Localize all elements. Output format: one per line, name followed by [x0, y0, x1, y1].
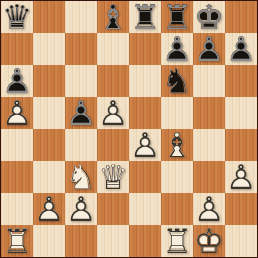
piece-black-knight[interactable]: ♞♘: [161, 65, 193, 97]
square-d3[interactable]: ♛♕: [97, 161, 129, 193]
square-e2[interactable]: [129, 193, 161, 225]
square-b7[interactable]: [33, 33, 65, 65]
piece-white-bishop[interactable]: ♝♗: [161, 129, 193, 161]
piece-glyph-outline: ♙: [225, 161, 257, 193]
piece-white-pawn[interactable]: ♟♙: [65, 193, 97, 225]
piece-glyph-outline: ♙: [65, 193, 97, 225]
piece-white-pawn[interactable]: ♟♙: [225, 161, 257, 193]
piece-glyph-outline: ♖: [1, 225, 33, 257]
piece-glyph-outline: ♔: [193, 225, 225, 257]
piece-white-rook[interactable]: ♜♖: [1, 225, 33, 257]
piece-white-king[interactable]: ♚♔: [193, 225, 225, 257]
square-f6[interactable]: ♞♘: [161, 65, 193, 97]
square-e1[interactable]: [129, 225, 161, 257]
square-d2[interactable]: [97, 193, 129, 225]
square-g6[interactable]: [193, 65, 225, 97]
piece-glyph-outline: ♙: [33, 193, 65, 225]
square-b4[interactable]: [33, 129, 65, 161]
square-h1[interactable]: [225, 225, 257, 257]
square-d5[interactable]: ♟♙: [97, 97, 129, 129]
square-g1[interactable]: ♚♔: [193, 225, 225, 257]
piece-glyph-outline: ♘: [161, 65, 193, 97]
piece-white-queen[interactable]: ♛♕: [97, 161, 129, 193]
square-e8[interactable]: ♜♖: [129, 1, 161, 33]
square-g5[interactable]: [193, 97, 225, 129]
square-g4[interactable]: [193, 129, 225, 161]
piece-glyph-outline: ♙: [225, 33, 257, 65]
square-a8[interactable]: ♛♕: [1, 1, 33, 33]
square-c5[interactable]: ♟♙: [65, 97, 97, 129]
chess-board: ♛♕♝♗♜♖♜♖♚♔♟♙♟♙♟♙♟♙♞♘♟♙♟♙♟♙♟♙♝♗♞♘♛♕♟♙♟♙♟♙…: [0, 0, 258, 258]
piece-glyph-outline: ♕: [97, 161, 129, 193]
square-a1[interactable]: ♜♖: [1, 225, 33, 257]
piece-black-rook[interactable]: ♜♖: [129, 1, 161, 33]
square-h2[interactable]: [225, 193, 257, 225]
square-c2[interactable]: ♟♙: [65, 193, 97, 225]
square-f1[interactable]: ♜♖: [161, 225, 193, 257]
piece-white-rook[interactable]: ♜♖: [161, 225, 193, 257]
piece-white-pawn[interactable]: ♟♙: [1, 97, 33, 129]
square-e7[interactable]: [129, 33, 161, 65]
square-b5[interactable]: [33, 97, 65, 129]
square-b1[interactable]: [33, 225, 65, 257]
square-a4[interactable]: [1, 129, 33, 161]
square-e6[interactable]: [129, 65, 161, 97]
square-b2[interactable]: ♟♙: [33, 193, 65, 225]
square-e3[interactable]: [129, 161, 161, 193]
square-c7[interactable]: [65, 33, 97, 65]
piece-glyph-outline: ♕: [1, 1, 33, 33]
square-c8[interactable]: [65, 1, 97, 33]
piece-white-pawn[interactable]: ♟♙: [97, 97, 129, 129]
square-h6[interactable]: [225, 65, 257, 97]
square-b6[interactable]: [33, 65, 65, 97]
piece-glyph-outline: ♙: [97, 97, 129, 129]
piece-glyph-outline: ♖: [161, 225, 193, 257]
piece-glyph-outline: ♖: [129, 1, 161, 33]
piece-black-pawn[interactable]: ♟♙: [65, 97, 97, 129]
square-e4[interactable]: ♟♙: [129, 129, 161, 161]
piece-white-pawn[interactable]: ♟♙: [129, 129, 161, 161]
square-d7[interactable]: [97, 33, 129, 65]
square-f3[interactable]: [161, 161, 193, 193]
square-d8[interactable]: ♝♗: [97, 1, 129, 33]
piece-glyph-outline: ♙: [1, 97, 33, 129]
piece-glyph-outline: ♗: [161, 129, 193, 161]
piece-white-pawn[interactable]: ♟♙: [33, 193, 65, 225]
square-g7[interactable]: ♟♙: [193, 33, 225, 65]
piece-black-pawn[interactable]: ♟♙: [225, 33, 257, 65]
square-h5[interactable]: [225, 97, 257, 129]
square-h3[interactable]: ♟♙: [225, 161, 257, 193]
square-d1[interactable]: [97, 225, 129, 257]
piece-glyph-outline: ♙: [129, 129, 161, 161]
piece-glyph-outline: ♙: [65, 97, 97, 129]
square-a5[interactable]: ♟♙: [1, 97, 33, 129]
square-f4[interactable]: ♝♗: [161, 129, 193, 161]
square-b8[interactable]: [33, 1, 65, 33]
square-c1[interactable]: [65, 225, 97, 257]
piece-black-pawn[interactable]: ♟♙: [193, 33, 225, 65]
square-a3[interactable]: [1, 161, 33, 193]
square-h7[interactable]: ♟♙: [225, 33, 257, 65]
piece-glyph-outline: ♙: [193, 33, 225, 65]
piece-black-queen[interactable]: ♛♕: [1, 1, 33, 33]
piece-glyph-outline: ♗: [97, 1, 129, 33]
piece-black-bishop[interactable]: ♝♗: [97, 1, 129, 33]
